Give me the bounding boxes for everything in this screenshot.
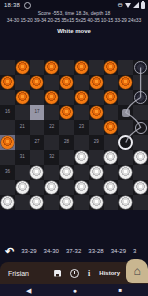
board-cell[interactable] xyxy=(118,150,133,165)
board-cell[interactable] xyxy=(30,120,45,135)
black-man[interactable] xyxy=(134,61,147,74)
board-cell[interactable]: 17 xyxy=(30,105,45,120)
board-cell[interactable] xyxy=(104,195,119,210)
black-man[interactable] xyxy=(119,76,132,89)
board-cell[interactable] xyxy=(118,105,133,120)
square-number: 22 xyxy=(49,125,54,130)
black-man[interactable] xyxy=(104,121,117,134)
board-cell[interactable] xyxy=(104,120,119,135)
board-cell[interactable] xyxy=(104,135,119,150)
draughts-board[interactable]: 1617212223272829313236 xyxy=(0,60,148,210)
board-cell[interactable] xyxy=(15,105,30,120)
board-cell[interactable] xyxy=(89,165,104,180)
board-cell[interactable] xyxy=(44,135,59,150)
turn-indicator: White move xyxy=(0,28,148,34)
board-cell[interactable] xyxy=(74,90,89,105)
board-cell[interactable] xyxy=(133,165,148,180)
board-cell[interactable] xyxy=(133,60,148,75)
board-cell[interactable] xyxy=(104,180,119,195)
white-man[interactable] xyxy=(104,181,117,194)
square-number: 28 xyxy=(64,140,69,145)
board-cell[interactable] xyxy=(89,195,104,210)
board-cell[interactable]: 16 xyxy=(0,105,15,120)
black-man[interactable] xyxy=(134,91,147,104)
board-cell[interactable] xyxy=(74,180,89,195)
android-status-bar: 18:38 ⊖ xyxy=(0,0,148,10)
mk-ring-white-marker xyxy=(118,135,133,150)
board-cell[interactable] xyxy=(89,180,104,195)
black-man[interactable] xyxy=(30,76,43,89)
white-man[interactable] xyxy=(30,196,43,209)
house-icon: ⌂ xyxy=(133,265,140,277)
board-cell[interactable] xyxy=(104,165,119,180)
white-man[interactable] xyxy=(119,196,132,209)
white-man[interactable] xyxy=(134,151,147,164)
board-cell[interactable] xyxy=(133,135,148,150)
board-cell[interactable] xyxy=(30,150,45,165)
board-cell[interactable] xyxy=(15,135,30,150)
square-number: 32 xyxy=(49,155,54,160)
black-man[interactable] xyxy=(45,91,58,104)
board-cell[interactable] xyxy=(44,165,59,180)
board-cell[interactable] xyxy=(118,165,133,180)
board-cell[interactable] xyxy=(59,165,74,180)
app-logo[interactable]: ⌂ xyxy=(126,259,148,283)
board-cell[interactable] xyxy=(74,135,89,150)
black-man[interactable] xyxy=(1,76,14,89)
candidate-move-button[interactable]: 33-29 xyxy=(21,248,36,254)
square-number: 23 xyxy=(79,125,84,130)
board-cell[interactable] xyxy=(89,90,104,105)
engine-pv-line: 34-30 15-20 39-34 20-25 35x15 5x25 40-35… xyxy=(0,17,148,23)
board-cell[interactable] xyxy=(30,75,45,90)
info-icon[interactable]: i xyxy=(88,269,90,278)
board-cell[interactable] xyxy=(118,60,133,75)
battery-icon xyxy=(141,2,145,9)
board-cell[interactable] xyxy=(15,90,30,105)
white-man[interactable] xyxy=(104,151,117,164)
board-cell[interactable] xyxy=(133,120,148,135)
board-cell[interactable] xyxy=(89,150,104,165)
board-cell[interactable]: 27 xyxy=(30,135,45,150)
board-cell[interactable] xyxy=(30,165,45,180)
black-man[interactable] xyxy=(45,61,58,74)
board-cell[interactable] xyxy=(44,60,59,75)
engine-score-line: Score -553, time 18.3s, depth 18 xyxy=(0,10,148,17)
board-cell[interactable] xyxy=(133,180,148,195)
black-man[interactable] xyxy=(60,76,73,89)
board-cell[interactable] xyxy=(59,150,74,165)
board-cell[interactable] xyxy=(104,150,119,165)
board-cell[interactable] xyxy=(104,90,119,105)
candidate-move-button[interactable]: 37-32 xyxy=(66,248,81,254)
board-cell[interactable] xyxy=(74,195,89,210)
white-man[interactable] xyxy=(90,166,103,179)
square-number: 31 xyxy=(20,155,25,160)
black-man[interactable] xyxy=(104,61,117,74)
app-screen: 18:38 ⊖ Score -553, time 18.3s, depth 18… xyxy=(0,0,148,296)
board-cell[interactable] xyxy=(30,180,45,195)
board-cell[interactable] xyxy=(44,105,59,120)
board-cell[interactable] xyxy=(15,75,30,90)
board-cell[interactable] xyxy=(133,150,148,165)
android-nav-bar: ◀ ● ■ xyxy=(0,284,148,296)
board-cell[interactable] xyxy=(133,75,148,90)
board-cell[interactable]: 21 xyxy=(15,120,30,135)
board-cell[interactable] xyxy=(89,105,104,120)
board-cell[interactable] xyxy=(59,60,74,75)
board-cell[interactable] xyxy=(59,90,74,105)
board-cell[interactable] xyxy=(59,120,74,135)
board-cell[interactable] xyxy=(133,105,148,120)
candidate-move-button[interactable]: 3 xyxy=(133,248,136,254)
board-cell[interactable]: 28 xyxy=(59,135,74,150)
save-icon[interactable] xyxy=(54,270,61,277)
black-man[interactable] xyxy=(16,91,29,104)
board-cell[interactable] xyxy=(74,165,89,180)
white-man[interactable] xyxy=(60,166,73,179)
candidate-moves-row: ↶ 33-2934-3037-3233-2834-293 xyxy=(0,243,148,258)
board-cell[interactable] xyxy=(104,105,119,120)
board-cell[interactable] xyxy=(44,75,59,90)
board-cell[interactable] xyxy=(89,60,104,75)
board-cell[interactable] xyxy=(59,75,74,90)
board-cell[interactable] xyxy=(0,75,15,90)
white-man[interactable] xyxy=(119,166,132,179)
board-cell[interactable] xyxy=(0,135,15,150)
board-cell[interactable] xyxy=(59,105,74,120)
board-cell[interactable] xyxy=(89,75,104,90)
clock-history-icon[interactable] xyxy=(70,269,79,278)
black-man[interactable] xyxy=(90,76,103,89)
board-cell[interactable] xyxy=(133,90,148,105)
board-cell[interactable] xyxy=(74,105,89,120)
black-man[interactable] xyxy=(104,91,117,104)
app-title: Frisian xyxy=(8,270,29,277)
board-cell[interactable] xyxy=(44,180,59,195)
notification-circle-icon xyxy=(24,2,31,9)
black-man[interactable] xyxy=(75,91,88,104)
board-cell[interactable] xyxy=(118,120,133,135)
board-cell[interactable]: 36 xyxy=(0,165,15,180)
square-number: 16 xyxy=(5,110,10,115)
board-cell[interactable] xyxy=(15,195,30,210)
board-cell[interactable]: 23 xyxy=(74,120,89,135)
recents-button[interactable]: ■ xyxy=(118,287,122,293)
board-cell[interactable] xyxy=(0,195,15,210)
board-cell[interactable] xyxy=(0,90,15,105)
history-button[interactable]: History xyxy=(99,270,120,276)
board-cell[interactable] xyxy=(0,120,15,135)
board-cell[interactable] xyxy=(15,60,30,75)
board-cell[interactable] xyxy=(59,180,74,195)
board-cell[interactable]: 22 xyxy=(44,120,59,135)
board-cell[interactable] xyxy=(0,150,15,165)
board-cell[interactable] xyxy=(15,165,30,180)
black-man[interactable] xyxy=(75,61,88,74)
board-cell[interactable] xyxy=(30,60,45,75)
home-button[interactable]: ● xyxy=(73,287,77,294)
black-man[interactable] xyxy=(90,106,103,119)
square-number: 21 xyxy=(20,125,25,130)
board-cell[interactable] xyxy=(104,75,119,90)
back-button[interactable]: ◀ xyxy=(26,287,31,294)
wifi-icon xyxy=(125,3,131,8)
board-cell[interactable] xyxy=(74,75,89,90)
bottom-toolbar: Frisian i History ⌂ xyxy=(0,262,148,284)
white-man[interactable] xyxy=(1,196,14,209)
board-cell[interactable]: 29 xyxy=(89,135,104,150)
board-cell[interactable] xyxy=(133,195,148,210)
board-cell[interactable] xyxy=(0,180,15,195)
cell-signal-icon xyxy=(133,2,139,8)
clock-time: 18:38 xyxy=(4,2,20,8)
board-cell[interactable] xyxy=(15,180,30,195)
board-cell[interactable] xyxy=(104,60,119,75)
board-cell[interactable] xyxy=(30,90,45,105)
board-cell[interactable] xyxy=(59,195,74,210)
square-number: 17 xyxy=(34,110,39,115)
board-cell[interactable] xyxy=(89,120,104,135)
white-man[interactable] xyxy=(75,151,88,164)
board-cell[interactable] xyxy=(44,195,59,210)
undo-icon[interactable]: ↶ xyxy=(5,246,14,256)
white-man[interactable] xyxy=(60,196,73,209)
black-man[interactable] xyxy=(60,106,73,119)
data-saver-icon: ⊖ xyxy=(118,2,123,9)
candidate-moves-list: 33-2934-3037-3233-2834-293 xyxy=(21,248,136,254)
board-cell[interactable] xyxy=(118,135,133,150)
mk-square-marker xyxy=(122,109,130,117)
board-cell[interactable] xyxy=(30,195,45,210)
candidate-move-button[interactable]: 33-28 xyxy=(88,248,103,254)
candidate-move-button[interactable]: 34-30 xyxy=(44,248,59,254)
board-cell[interactable]: 31 xyxy=(15,150,30,165)
board-cell[interactable] xyxy=(0,60,15,75)
white-man[interactable] xyxy=(45,181,58,194)
square-number: 36 xyxy=(5,170,10,175)
board-cell[interactable] xyxy=(118,90,133,105)
board-cell[interactable] xyxy=(118,180,133,195)
mk-ring-marker xyxy=(135,122,147,134)
square-number: 27 xyxy=(34,140,39,145)
white-man[interactable] xyxy=(30,166,43,179)
engine-info-panel: Score -553, time 18.3s, depth 18 34-30 1… xyxy=(0,10,148,34)
white-man[interactable] xyxy=(90,196,103,209)
board-cell[interactable] xyxy=(74,150,89,165)
board-cell[interactable] xyxy=(74,60,89,75)
white-man[interactable] xyxy=(16,181,29,194)
black-man[interactable] xyxy=(1,136,14,149)
white-man[interactable] xyxy=(134,181,147,194)
board-cell[interactable]: 32 xyxy=(44,150,59,165)
board-cell[interactable] xyxy=(44,90,59,105)
candidate-move-button[interactable]: 34-29 xyxy=(111,248,126,254)
board-cell[interactable] xyxy=(118,195,133,210)
board-cell[interactable] xyxy=(118,75,133,90)
white-man[interactable] xyxy=(75,181,88,194)
black-man[interactable] xyxy=(16,61,29,74)
square-number: 29 xyxy=(94,140,99,145)
